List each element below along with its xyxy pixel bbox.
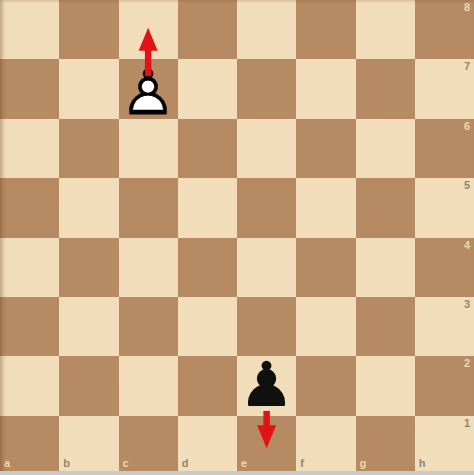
square-h1[interactable]: 1h [415, 416, 474, 475]
square-d6[interactable] [178, 119, 237, 178]
square-d8[interactable] [178, 0, 237, 59]
square-a5[interactable] [0, 178, 59, 237]
square-c7[interactable]: ♟♙ [119, 59, 178, 118]
rank-label-1: 1 [464, 418, 470, 429]
square-g4[interactable] [356, 238, 415, 297]
square-a3[interactable] [0, 297, 59, 356]
square-g1[interactable]: g [356, 416, 415, 475]
square-h5[interactable]: 5 [415, 178, 474, 237]
square-f4[interactable] [296, 238, 355, 297]
square-b3[interactable] [59, 297, 118, 356]
square-a7[interactable] [0, 59, 59, 118]
square-a8[interactable] [0, 0, 59, 59]
square-a2[interactable] [0, 356, 59, 415]
bottom-border-strip [0, 471, 474, 475]
square-e2[interactable]: ♟ [237, 356, 296, 415]
white-pawn[interactable] [119, 59, 178, 118]
square-b5[interactable] [59, 178, 118, 237]
rank-label-2: 2 [464, 358, 470, 369]
square-d3[interactable] [178, 297, 237, 356]
square-c4[interactable] [119, 238, 178, 297]
square-g6[interactable] [356, 119, 415, 178]
file-label-h: h [419, 458, 426, 469]
square-a4[interactable] [0, 238, 59, 297]
square-h8[interactable]: 8 [415, 0, 474, 59]
rank-label-4: 4 [464, 240, 470, 251]
square-e5[interactable] [237, 178, 296, 237]
square-c6[interactable] [119, 119, 178, 178]
square-h6[interactable]: 6 [415, 119, 474, 178]
square-h4[interactable]: 4 [415, 238, 474, 297]
square-f3[interactable] [296, 297, 355, 356]
black-pawn[interactable] [237, 356, 296, 415]
square-h2[interactable]: 2 [415, 356, 474, 415]
square-e3[interactable] [237, 297, 296, 356]
chess-diagram: 8♟♙76543♟2abcdefg1h [0, 0, 474, 475]
square-h3[interactable]: 3 [415, 297, 474, 356]
square-c1[interactable]: c [119, 416, 178, 475]
square-e1[interactable]: e [237, 416, 296, 475]
square-e4[interactable] [237, 238, 296, 297]
file-label-f: f [300, 458, 304, 469]
square-c5[interactable] [119, 178, 178, 237]
square-c3[interactable] [119, 297, 178, 356]
rank-label-6: 6 [464, 121, 470, 132]
square-c8[interactable] [119, 0, 178, 59]
rank-label-5: 5 [464, 180, 470, 191]
square-a6[interactable] [0, 119, 59, 178]
square-a1[interactable]: a [0, 416, 59, 475]
rank-label-7: 7 [464, 61, 470, 72]
square-g2[interactable] [356, 356, 415, 415]
square-b4[interactable] [59, 238, 118, 297]
square-g5[interactable] [356, 178, 415, 237]
file-label-e: e [241, 458, 247, 469]
square-e8[interactable] [237, 0, 296, 59]
square-g8[interactable] [356, 0, 415, 59]
square-d5[interactable] [178, 178, 237, 237]
square-c2[interactable] [119, 356, 178, 415]
square-d7[interactable] [178, 59, 237, 118]
square-b8[interactable] [59, 0, 118, 59]
rank-label-3: 3 [464, 299, 470, 310]
square-f7[interactable] [296, 59, 355, 118]
square-e6[interactable] [237, 119, 296, 178]
square-f2[interactable] [296, 356, 355, 415]
square-d4[interactable] [178, 238, 237, 297]
square-g3[interactable] [356, 297, 415, 356]
square-d1[interactable]: d [178, 416, 237, 475]
square-f5[interactable] [296, 178, 355, 237]
rank-label-8: 8 [464, 2, 470, 13]
square-b6[interactable] [59, 119, 118, 178]
square-b1[interactable]: b [59, 416, 118, 475]
square-g7[interactable] [356, 59, 415, 118]
square-b2[interactable] [59, 356, 118, 415]
chess-board: 8♟♙76543♟2abcdefg1h [0, 0, 474, 475]
square-b7[interactable] [59, 59, 118, 118]
file-label-d: d [182, 458, 189, 469]
square-f6[interactable] [296, 119, 355, 178]
file-label-g: g [360, 458, 367, 469]
square-e7[interactable] [237, 59, 296, 118]
square-h7[interactable]: 7 [415, 59, 474, 118]
file-label-c: c [123, 458, 129, 469]
file-label-a: a [4, 458, 10, 469]
square-f1[interactable]: f [296, 416, 355, 475]
square-d2[interactable] [178, 356, 237, 415]
file-label-b: b [63, 458, 70, 469]
square-f8[interactable] [296, 0, 355, 59]
